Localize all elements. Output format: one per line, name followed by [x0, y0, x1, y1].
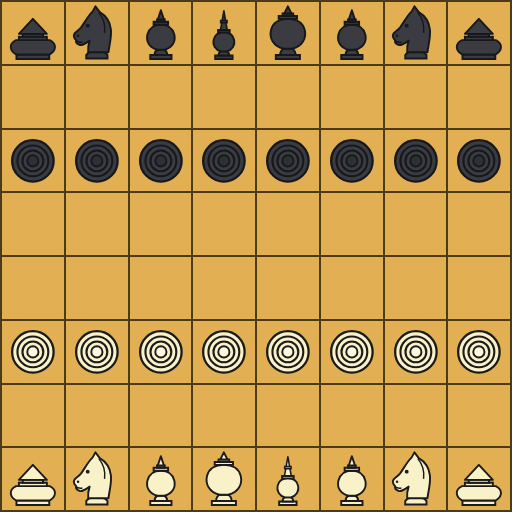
- square-e6[interactable]: [257, 130, 319, 192]
- square-e5[interactable]: [257, 193, 319, 255]
- white-rook-piece[interactable]: [2, 448, 64, 510]
- white-pawn-bia-piece[interactable]: [257, 321, 319, 383]
- square-e8[interactable]: [257, 2, 319, 64]
- black-pawn-bia-piece[interactable]: [257, 130, 319, 192]
- square-a5[interactable]: [2, 193, 64, 255]
- black-knight-piece[interactable]: [66, 2, 128, 64]
- black-rook-piece[interactable]: [2, 2, 64, 64]
- square-f8[interactable]: [321, 2, 383, 64]
- white-rook-piece[interactable]: [448, 448, 510, 510]
- square-g5[interactable]: [385, 193, 447, 255]
- square-h2[interactable]: [448, 385, 510, 447]
- square-f2[interactable]: [321, 385, 383, 447]
- square-g3[interactable]: [385, 321, 447, 383]
- square-c5[interactable]: [130, 193, 192, 255]
- square-d8[interactable]: [193, 2, 255, 64]
- white-bishop-khon-piece[interactable]: [130, 448, 192, 510]
- square-e1[interactable]: [257, 448, 319, 510]
- white-pawn-bia-piece[interactable]: [448, 321, 510, 383]
- square-b4[interactable]: [66, 257, 128, 319]
- square-d7[interactable]: [193, 66, 255, 128]
- white-king-khun-piece[interactable]: [193, 448, 255, 510]
- square-a8[interactable]: [2, 2, 64, 64]
- black-pawn-bia-piece[interactable]: [66, 130, 128, 192]
- square-a7[interactable]: [2, 66, 64, 128]
- makruk-board: [0, 0, 512, 512]
- square-f3[interactable]: [321, 321, 383, 383]
- square-a1[interactable]: [2, 448, 64, 510]
- black-pawn-bia-piece[interactable]: [2, 130, 64, 192]
- square-g6[interactable]: [385, 130, 447, 192]
- square-c7[interactable]: [130, 66, 192, 128]
- black-pawn-bia-piece[interactable]: [448, 130, 510, 192]
- square-g1[interactable]: [385, 448, 447, 510]
- square-c4[interactable]: [130, 257, 192, 319]
- square-a6[interactable]: [2, 130, 64, 192]
- square-h3[interactable]: [448, 321, 510, 383]
- square-b3[interactable]: [66, 321, 128, 383]
- square-b1[interactable]: [66, 448, 128, 510]
- black-rook-piece[interactable]: [448, 2, 510, 64]
- white-pawn-bia-piece[interactable]: [193, 321, 255, 383]
- white-pawn-bia-piece[interactable]: [321, 321, 383, 383]
- square-c8[interactable]: [130, 2, 192, 64]
- square-c6[interactable]: [130, 130, 192, 192]
- square-e2[interactable]: [257, 385, 319, 447]
- square-c2[interactable]: [130, 385, 192, 447]
- square-b6[interactable]: [66, 130, 128, 192]
- black-bishop-khon-piece[interactable]: [130, 2, 192, 64]
- square-e7[interactable]: [257, 66, 319, 128]
- square-e4[interactable]: [257, 257, 319, 319]
- square-c3[interactable]: [130, 321, 192, 383]
- black-pawn-bia-piece[interactable]: [321, 130, 383, 192]
- square-f1[interactable]: [321, 448, 383, 510]
- square-e3[interactable]: [257, 321, 319, 383]
- square-f5[interactable]: [321, 193, 383, 255]
- white-queen-met-piece[interactable]: [257, 448, 319, 510]
- square-h7[interactable]: [448, 66, 510, 128]
- square-d1[interactable]: [193, 448, 255, 510]
- square-a4[interactable]: [2, 257, 64, 319]
- square-d4[interactable]: [193, 257, 255, 319]
- square-g7[interactable]: [385, 66, 447, 128]
- square-a2[interactable]: [2, 385, 64, 447]
- square-f7[interactable]: [321, 66, 383, 128]
- square-f6[interactable]: [321, 130, 383, 192]
- square-g8[interactable]: [385, 2, 447, 64]
- square-b5[interactable]: [66, 193, 128, 255]
- black-knight-piece[interactable]: [385, 2, 447, 64]
- square-b7[interactable]: [66, 66, 128, 128]
- white-pawn-bia-piece[interactable]: [130, 321, 192, 383]
- square-h8[interactable]: [448, 2, 510, 64]
- square-d3[interactable]: [193, 321, 255, 383]
- square-c1[interactable]: [130, 448, 192, 510]
- square-d6[interactable]: [193, 130, 255, 192]
- square-g4[interactable]: [385, 257, 447, 319]
- black-queen-met-piece[interactable]: [193, 2, 255, 64]
- white-pawn-bia-piece[interactable]: [66, 321, 128, 383]
- white-pawn-bia-piece[interactable]: [385, 321, 447, 383]
- square-f4[interactable]: [321, 257, 383, 319]
- white-pawn-bia-piece[interactable]: [2, 321, 64, 383]
- black-bishop-khon-piece[interactable]: [321, 2, 383, 64]
- square-b8[interactable]: [66, 2, 128, 64]
- black-pawn-bia-piece[interactable]: [193, 130, 255, 192]
- square-d5[interactable]: [193, 193, 255, 255]
- square-h5[interactable]: [448, 193, 510, 255]
- square-d2[interactable]: [193, 385, 255, 447]
- black-pawn-bia-piece[interactable]: [385, 130, 447, 192]
- square-h6[interactable]: [448, 130, 510, 192]
- square-b2[interactable]: [66, 385, 128, 447]
- square-a3[interactable]: [2, 321, 64, 383]
- white-bishop-khon-piece[interactable]: [321, 448, 383, 510]
- white-knight-piece[interactable]: [385, 448, 447, 510]
- square-h4[interactable]: [448, 257, 510, 319]
- black-king-khun-piece[interactable]: [257, 2, 319, 64]
- white-knight-piece[interactable]: [66, 448, 128, 510]
- black-pawn-bia-piece[interactable]: [130, 130, 192, 192]
- square-h1[interactable]: [448, 448, 510, 510]
- square-g2[interactable]: [385, 385, 447, 447]
